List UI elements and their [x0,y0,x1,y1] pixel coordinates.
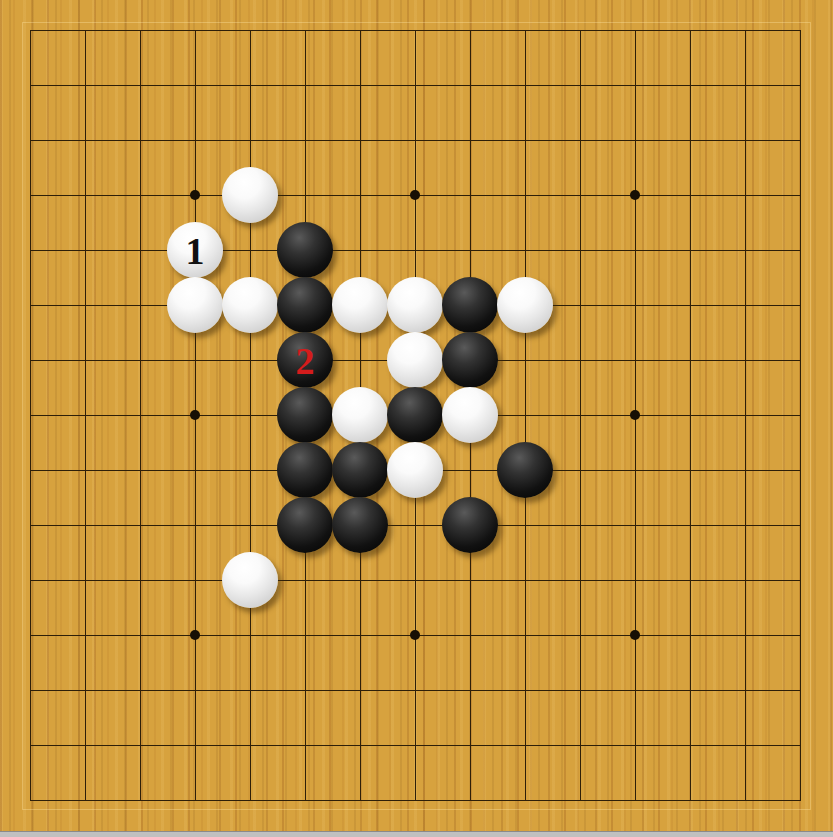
gomoku-board-screenshot: 12 [0,0,833,837]
black-stone[interactable] [277,442,333,498]
star-point [190,630,200,640]
black-stone[interactable] [277,497,333,553]
white-stone[interactable] [222,552,278,608]
move-number-label: 1 [186,232,205,270]
white-stone[interactable] [222,277,278,333]
star-point [630,190,640,200]
white-stone[interactable] [222,167,278,223]
white-stone[interactable] [442,387,498,443]
star-point [410,630,420,640]
white-stone[interactable] [387,442,443,498]
move-number-label: 2 [296,342,315,380]
black-stone[interactable] [277,222,333,278]
black-stone[interactable] [442,497,498,553]
white-stone[interactable] [387,277,443,333]
star-point [630,630,640,640]
black-stone[interactable] [497,442,553,498]
white-stone[interactable] [332,387,388,443]
white-stone[interactable] [167,277,223,333]
white-stone[interactable] [387,332,443,388]
bottom-window-edge [0,831,833,837]
intersections-grid[interactable]: 12 [3,3,828,828]
star-point [190,190,200,200]
board[interactable]: 12 [0,0,833,831]
black-stone-move-2[interactable]: 2 [277,332,333,388]
black-stone[interactable] [387,387,443,443]
black-stone[interactable] [277,387,333,443]
black-stone[interactable] [332,497,388,553]
star-point [630,410,640,420]
black-stone[interactable] [442,332,498,388]
black-stone[interactable] [442,277,498,333]
star-point [190,410,200,420]
white-stone[interactable] [497,277,553,333]
black-stone[interactable] [332,442,388,498]
white-stone[interactable] [332,277,388,333]
black-stone[interactable] [277,277,333,333]
star-point [410,190,420,200]
white-stone-move-1[interactable]: 1 [167,222,223,278]
